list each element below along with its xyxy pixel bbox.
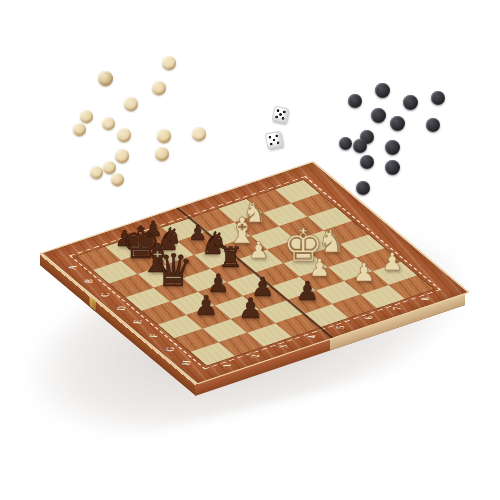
dice-group [0,0,500,500]
product-photo-scene: ABCDEFGH12345678 ♞♟♟♝♟♞♞♞♟♚♚♜♟♝♟♟♛♟♟♟♟♟ [0,0,500,500]
die-face-5 [271,105,289,123]
die-face-5 [265,131,284,150]
